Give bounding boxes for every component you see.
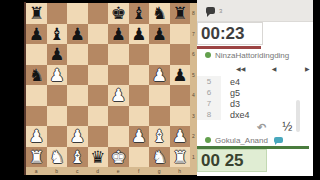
square-a5[interactable]: ♞ [26,65,47,86]
black-pawn[interactable]: ♟ [29,24,44,44]
white-player-row: Gokula_Anand [197,134,313,146]
square-d5[interactable] [88,65,109,86]
square-g3[interactable] [149,106,170,127]
square-a6[interactable] [26,44,47,65]
file-label-b: b [47,167,68,175]
rank-label-6: 6 [190,44,197,65]
square-h2[interactable]: ♟ [170,126,191,147]
white-rook[interactable]: ♜ [172,147,187,167]
move-list-scrollbar[interactable] [296,100,300,132]
square-e4[interactable]: ♟ [108,85,129,106]
black-rook[interactable]: ♜ [172,3,187,23]
white-pawn[interactable]: ♟ [131,126,146,146]
white-knight[interactable]: ♞ [152,147,167,167]
square-a2[interactable]: ♟ [26,126,47,147]
square-a8[interactable]: ♜ [26,3,47,24]
square-a4[interactable] [26,85,47,106]
square-g7[interactable]: ♟ [149,24,170,45]
square-c5[interactable] [67,65,88,86]
square-e6[interactable] [108,44,129,65]
square-c8[interactable] [67,3,88,24]
file-label-e: e [108,167,129,175]
black-pawn[interactable]: ♟ [111,24,126,44]
chat-count: 3 [219,8,222,14]
square-c4[interactable] [67,85,88,106]
rank-label-7: 7 [190,24,197,45]
file-label-f: f [129,167,150,175]
black-rook[interactable]: ♜ [29,3,44,23]
square-g4[interactable] [149,85,170,106]
square-b8[interactable] [47,3,68,24]
square-c2[interactable]: ♟ [67,126,88,147]
white-pawn[interactable]: ♟ [111,85,126,105]
square-b1[interactable]: ♞ [47,147,68,168]
square-b2[interactable] [47,126,68,147]
black-pawn[interactable]: ♟ [49,44,64,64]
move-number: 8 [197,109,221,120]
square-b3[interactable] [47,106,68,127]
square-b5[interactable]: ♟ [47,65,68,86]
takeback-arrow-icon[interactable]: ↶ [257,121,266,134]
square-e8[interactable]: ♚ [108,3,129,24]
square-f5[interactable] [129,65,150,86]
white-bishop[interactable]: ♝ [70,147,85,167]
move-nav: ◀◀ ◀ ▶ [197,61,313,76]
black-clock-row: 00:23 [197,22,313,46]
square-f7[interactable]: ♟ [129,24,150,45]
square-c6[interactable] [67,44,88,65]
black-pawn[interactable]: ♟ [70,24,85,44]
square-f3[interactable] [129,106,150,127]
player-chat-icon[interactable] [274,137,283,143]
square-h1[interactable]: ♜ [170,147,191,168]
black-pawn[interactable]: ♟ [131,24,146,44]
square-d7[interactable] [88,24,109,45]
file-coordinates: abcdefgh [26,167,197,175]
square-d1[interactable]: ♛ [88,147,109,168]
rank-label-2: 2 [190,126,197,147]
move-san[interactable]: e4 [221,76,240,87]
square-e7[interactable]: ♟ [108,24,129,45]
move-san[interactable]: dxe4 [221,109,250,120]
black-bishop[interactable]: ♝ [49,24,64,44]
rank-label-3: 3 [190,106,197,127]
move-san[interactable]: d3 [221,98,240,109]
square-g5[interactable]: ♟ [149,65,170,86]
black-queen[interactable]: ♛ [90,147,105,167]
square-a3[interactable] [26,106,47,127]
square-d2[interactable] [88,126,109,147]
square-g1[interactable]: ♞ [149,147,170,168]
chat-bubble-icon[interactable] [206,7,215,14]
square-h6[interactable] [170,44,191,65]
square-h4[interactable] [170,85,191,106]
white-pawn[interactable]: ♟ [152,65,167,85]
black-pawn[interactable]: ♟ [172,65,187,85]
rank-label-8: 8 [190,3,197,24]
black-king[interactable]: ♚ [111,3,126,23]
black-clock: 00:23 [197,22,263,45]
white-pawn[interactable]: ♟ [70,126,85,146]
white-pawn[interactable]: ♟ [29,126,44,146]
square-g2[interactable]: ♝ [149,126,170,147]
square-e2[interactable] [108,126,129,147]
move-san[interactable]: g5 [221,87,240,98]
square-b7[interactable]: ♝ [47,24,68,45]
square-d8[interactable] [88,3,109,24]
square-f4[interactable] [129,85,150,106]
rank-label-1: 1 [190,147,197,168]
file-label-a: a [26,167,47,175]
black-knight[interactable]: ♞ [29,65,44,85]
black-pawn[interactable]: ♟ [152,24,167,44]
file-label-c: c [67,167,88,175]
move-number: 7 [197,98,221,109]
black-knight[interactable]: ♞ [152,3,167,23]
white-online-dot [205,137,211,143]
chat-row: 3 [197,0,313,22]
rank-coordinates: 87654321 [190,3,197,167]
move-row-6: 6g5 [197,87,313,98]
square-d4[interactable] [88,85,109,106]
move-number: 6 [197,87,221,98]
square-g8[interactable]: ♞ [149,3,170,24]
square-e5[interactable] [108,65,129,86]
white-clock: 00 25 [197,149,267,172]
square-a1[interactable]: ♜ [26,147,47,168]
square-f6[interactable] [129,44,150,65]
square-c3[interactable] [67,106,88,127]
white-player-name[interactable]: Gokula_Anand [215,136,268,145]
square-h3[interactable] [170,106,191,127]
file-label-g: g [149,167,170,175]
white-king[interactable]: ♚ [111,147,126,167]
black-bishop[interactable]: ♝ [131,3,146,23]
black-clock-time: 00:23 [201,24,244,44]
square-h8[interactable]: ♜ [170,3,191,24]
square-a7[interactable]: ♟ [26,24,47,45]
file-label-d: d [88,167,109,175]
white-clock-time: 00 25 [201,151,244,171]
rank-label-5: 5 [190,65,197,86]
white-knight[interactable]: ♞ [49,147,64,167]
black-player-name[interactable]: NinzaHattoridingding [215,51,289,60]
square-d3[interactable] [88,106,109,127]
black-player-row: NinzaHattoridingding [197,49,313,61]
square-h7[interactable] [170,24,191,45]
square-c1[interactable]: ♝ [67,147,88,168]
chess-board[interactable]: ♜♚♝♞♜♟♝♟♟♟♟♟♞♟♟♟♟♟♟♟♝♟♜♞♝♛♚♞♜ [26,3,190,167]
nav-first-icon[interactable]: ◀◀ [235,65,246,72]
square-g6[interactable] [149,44,170,65]
square-f2[interactable]: ♟ [129,126,150,147]
nav-prev-icon[interactable]: ◀ [268,65,279,72]
square-h5[interactable]: ♟ [170,65,191,86]
move-number: 5 [197,76,221,87]
square-e3[interactable] [108,106,129,127]
file-label-h: h [170,167,191,175]
video-frame: ♜♚♝♞♜♟♝♟♟♟♟♟♞♟♟♟♟♟♟♟♝♟♜♞♝♛♚♞♜ 87654321 a… [0,0,320,180]
square-f8[interactable]: ♝ [129,3,150,24]
black-online-dot [205,52,211,58]
square-f1[interactable] [129,147,150,168]
square-d6[interactable] [88,44,109,65]
square-c7[interactable]: ♟ [67,24,88,45]
game-panel: 3 00:23 NinzaHattoridingding ◀◀ ◀ ▶ 5e46… [197,0,313,176]
white-pawn[interactable]: ♟ [172,126,187,146]
white-rook[interactable]: ♜ [29,147,44,167]
move-row-5: 5e4 [197,76,313,87]
draw-half-point[interactable]: ½ [282,120,292,134]
square-e1[interactable]: ♚ [108,147,129,168]
rank-label-4: 4 [190,85,197,106]
square-b6[interactable]: ♟ [47,44,68,65]
move-list[interactable]: 5e46g57d38dxe4 [197,76,313,120]
nav-next-icon[interactable]: ▶ [302,65,313,72]
white-bishop[interactable]: ♝ [152,126,167,146]
square-b4[interactable] [47,85,68,106]
white-pawn[interactable]: ♟ [49,65,64,85]
